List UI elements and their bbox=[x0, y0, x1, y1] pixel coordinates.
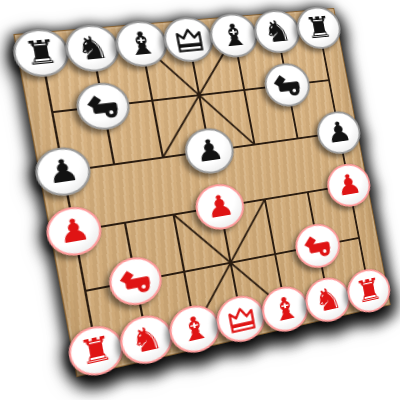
knight-icon: ♞ bbox=[128, 319, 166, 358]
cannon-icon bbox=[270, 71, 305, 99]
knight-icon: ♞ bbox=[73, 30, 111, 65]
bishop-icon: ♝ bbox=[268, 290, 302, 326]
king-icon bbox=[222, 302, 260, 336]
pawn-icon: ♟ bbox=[324, 117, 354, 148]
cannon-icon bbox=[115, 264, 156, 298]
knight-icon: ♞ bbox=[261, 15, 294, 47]
rook-icon: ♜ bbox=[76, 330, 115, 370]
cannon-icon bbox=[300, 230, 335, 261]
rook-icon: ♜ bbox=[303, 11, 335, 42]
rook-icon: ♜ bbox=[353, 273, 384, 308]
pawn-icon: ♟ bbox=[44, 153, 81, 188]
board-shadow: ♜♞♝♝♞♜♟♟♟♟♟♟♜♞♝♝♞♜ bbox=[0, 0, 400, 400]
pawn-icon: ♟ bbox=[334, 169, 364, 200]
pawn-icon: ♟ bbox=[193, 134, 226, 167]
pawn-icon: ♟ bbox=[55, 212, 92, 248]
cannon-icon bbox=[83, 91, 124, 122]
xiangqi-board: ♜♞♝♝♞♜♟♟♟♟♟♟♜♞♝♝♞♜ bbox=[13, 8, 390, 377]
rook-icon: ♜ bbox=[21, 34, 61, 70]
king-icon bbox=[170, 25, 208, 55]
bishop-icon: ♝ bbox=[176, 309, 212, 347]
bishop-icon: ♝ bbox=[217, 18, 251, 50]
knight-icon: ♞ bbox=[312, 281, 344, 317]
bishop-icon: ♝ bbox=[123, 26, 160, 60]
board-photo: ♜♞♝♝♞♜♟♟♟♟♟♟♜♞♝♝♞♜ bbox=[0, 0, 400, 400]
pawn-icon: ♟ bbox=[203, 189, 236, 222]
